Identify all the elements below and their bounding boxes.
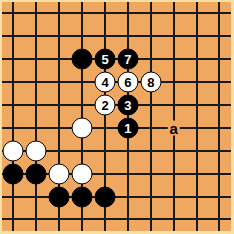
black-stone <box>72 186 93 207</box>
board-intersection <box>139 25 162 48</box>
board-intersection <box>94 116 117 139</box>
board-intersection <box>2 185 25 208</box>
board-intersection <box>185 25 208 48</box>
board-intersection <box>25 25 48 48</box>
white-stone <box>49 163 70 184</box>
board-intersection <box>2 25 25 48</box>
board-intersection <box>139 116 162 139</box>
board-intersection <box>94 2 117 25</box>
board-intersection <box>116 208 139 231</box>
board-intersection <box>2 208 25 231</box>
board-intersection <box>2 139 25 162</box>
board-intersection: 5 <box>94 48 117 71</box>
board-intersection <box>162 162 185 185</box>
board-intersection <box>48 71 71 94</box>
board-intersection <box>185 208 208 231</box>
board-intersection <box>48 208 71 231</box>
board-intersection <box>208 162 231 185</box>
board-intersection <box>2 162 25 185</box>
board-intersection <box>2 94 25 117</box>
white-stone-move-4: 4 <box>95 72 116 93</box>
white-stone-move-2: 2 <box>95 95 116 116</box>
board-intersection <box>25 162 48 185</box>
black-stone-move-7: 7 <box>117 49 138 70</box>
board-intersection <box>25 2 48 25</box>
board-intersection <box>94 185 117 208</box>
board-intersection <box>2 71 25 94</box>
board-intersection <box>208 208 231 231</box>
black-stone <box>26 163 47 184</box>
board-intersection <box>139 48 162 71</box>
go-diagram: 57468231a <box>0 0 234 234</box>
board-intersection <box>116 162 139 185</box>
point-label-a: a <box>168 120 180 135</box>
black-stone <box>95 186 116 207</box>
board-intersection <box>25 94 48 117</box>
black-stone <box>3 163 24 184</box>
white-stone-move-8: 8 <box>140 72 161 93</box>
board-intersection <box>208 25 231 48</box>
board-intersection <box>94 162 117 185</box>
black-stone <box>49 186 70 207</box>
board-intersection <box>71 116 94 139</box>
go-board-grid: 57468231a <box>2 2 231 231</box>
board-intersection <box>208 116 231 139</box>
board-intersection <box>71 71 94 94</box>
board-intersection <box>48 162 71 185</box>
board-intersection <box>71 48 94 71</box>
board-intersection: 3 <box>116 94 139 117</box>
white-stone <box>3 140 24 161</box>
board-intersection <box>116 2 139 25</box>
board-intersection: 2 <box>94 94 117 117</box>
board-intersection <box>71 139 94 162</box>
board-intersection: 1 <box>116 116 139 139</box>
board-intersection <box>116 185 139 208</box>
board-intersection <box>185 139 208 162</box>
board-intersection <box>48 94 71 117</box>
board-intersection <box>48 185 71 208</box>
board-intersection <box>94 25 117 48</box>
board-intersection <box>71 185 94 208</box>
board-intersection: a <box>162 116 185 139</box>
board-intersection <box>162 185 185 208</box>
board-intersection <box>94 208 117 231</box>
board-intersection <box>208 94 231 117</box>
board-intersection <box>25 116 48 139</box>
board-intersection <box>48 116 71 139</box>
board-intersection <box>25 71 48 94</box>
board-intersection <box>25 139 48 162</box>
board-intersection <box>116 139 139 162</box>
board-intersection <box>185 94 208 117</box>
board-intersection <box>208 48 231 71</box>
board-intersection <box>71 162 94 185</box>
board-intersection: 4 <box>94 71 117 94</box>
board-intersection <box>48 139 71 162</box>
board-intersection <box>94 139 117 162</box>
black-stone-move-5: 5 <box>95 49 116 70</box>
board-intersection <box>116 25 139 48</box>
board-intersection <box>185 185 208 208</box>
board-intersection <box>2 2 25 25</box>
board-intersection <box>162 2 185 25</box>
board-intersection <box>162 139 185 162</box>
board-intersection <box>162 94 185 117</box>
board-intersection <box>208 139 231 162</box>
black-stone <box>72 49 93 70</box>
white-stone <box>72 163 93 184</box>
black-stone-move-1: 1 <box>117 117 138 138</box>
board-intersection: 7 <box>116 48 139 71</box>
board-intersection <box>139 208 162 231</box>
board-intersection <box>185 162 208 185</box>
white-stone <box>72 117 93 138</box>
board-intersection: 6 <box>116 71 139 94</box>
board-intersection <box>48 2 71 25</box>
board-intersection: 8 <box>139 71 162 94</box>
board-intersection <box>139 2 162 25</box>
board-intersection <box>185 48 208 71</box>
board-intersection <box>25 185 48 208</box>
board-intersection <box>48 48 71 71</box>
board-intersection <box>71 25 94 48</box>
board-intersection <box>162 208 185 231</box>
board-intersection <box>208 2 231 25</box>
board-intersection <box>71 94 94 117</box>
board-intersection <box>139 185 162 208</box>
board-intersection <box>185 2 208 25</box>
board-intersection <box>71 208 94 231</box>
black-stone-move-3: 3 <box>117 95 138 116</box>
board-intersection <box>208 71 231 94</box>
board-intersection <box>139 162 162 185</box>
board-intersection <box>139 139 162 162</box>
board-intersection <box>139 94 162 117</box>
board-intersection <box>208 185 231 208</box>
board-intersection <box>48 25 71 48</box>
white-stone <box>26 140 47 161</box>
board-intersection <box>162 71 185 94</box>
board-intersection <box>25 208 48 231</box>
board-intersection <box>185 116 208 139</box>
board-intersection <box>2 116 25 139</box>
board-intersection <box>2 48 25 71</box>
board-intersection <box>25 48 48 71</box>
board-intersection <box>71 2 94 25</box>
board-intersection <box>185 71 208 94</box>
board-intersection <box>162 48 185 71</box>
white-stone-move-6: 6 <box>117 72 138 93</box>
board-intersection <box>162 25 185 48</box>
